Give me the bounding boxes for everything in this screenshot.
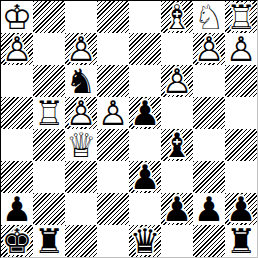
white-pawn-icon: ♙	[193, 33, 225, 65]
square-a5[interactable]	[1, 97, 33, 129]
square-b7[interactable]	[33, 33, 65, 65]
square-c6[interactable]: ♞	[65, 65, 97, 97]
square-h6[interactable]	[225, 65, 257, 97]
square-b3[interactable]	[33, 161, 65, 193]
square-h8[interactable]: ♜♖	[225, 1, 257, 33]
square-e4[interactable]	[129, 129, 161, 161]
white-pawn-icon: ♙	[65, 97, 97, 129]
square-d4[interactable]	[97, 129, 129, 161]
square-a7[interactable]: ♟♙	[1, 33, 33, 65]
square-c1[interactable]	[65, 225, 97, 257]
square-a2[interactable]: ♟	[1, 193, 33, 225]
square-f4[interactable]: ♝	[161, 129, 193, 161]
white-knight-backfill: ♞	[193, 1, 225, 33]
square-f7[interactable]	[161, 33, 193, 65]
square-d2[interactable]	[97, 193, 129, 225]
square-f8[interactable]: ♝♗	[161, 1, 193, 33]
white-queen-icon: ♕	[65, 129, 97, 161]
black-pawn-icon: ♟	[193, 193, 225, 225]
black-pawn-icon: ♟	[129, 161, 161, 193]
square-b1[interactable]: ♜	[33, 225, 65, 257]
square-h4[interactable]	[225, 129, 257, 161]
square-g8[interactable]: ♞♘	[193, 1, 225, 33]
black-pawn-icon: ♟	[1, 193, 33, 225]
black-rook-icon: ♜	[225, 225, 257, 257]
square-d5[interactable]: ♟♙	[97, 97, 129, 129]
square-a3[interactable]	[1, 161, 33, 193]
white-queen-backfill: ♛	[65, 129, 97, 161]
white-pawn-icon: ♙	[1, 33, 33, 65]
square-g1[interactable]	[193, 225, 225, 257]
square-g4[interactable]	[193, 129, 225, 161]
white-rook-icon: ♖	[225, 1, 257, 33]
square-e8[interactable]	[129, 1, 161, 33]
square-f1[interactable]	[161, 225, 193, 257]
square-g7[interactable]: ♟♙	[193, 33, 225, 65]
square-h5[interactable]	[225, 97, 257, 129]
square-c7[interactable]: ♟♙	[65, 33, 97, 65]
chess-board-frame: ♚♔♝♗♞♘♜♖♟♙♟♙♟♙♟♙♞♟♙♜♖♟♙♟♙♟♛♕♝♟♟♟♟♟♚♜♛♜	[0, 0, 258, 258]
black-knight-icon: ♞	[65, 65, 97, 97]
square-g3[interactable]	[193, 161, 225, 193]
white-king-backfill: ♚	[1, 1, 33, 33]
square-c8[interactable]	[65, 1, 97, 33]
square-d1[interactable]	[97, 225, 129, 257]
square-c5[interactable]: ♟♙	[65, 97, 97, 129]
square-e7[interactable]	[129, 33, 161, 65]
white-bishop-icon: ♗	[161, 1, 193, 33]
white-pawn-icon: ♙	[65, 33, 97, 65]
square-d6[interactable]	[97, 65, 129, 97]
black-rook-icon: ♜	[33, 225, 65, 257]
square-b6[interactable]	[33, 65, 65, 97]
square-a4[interactable]	[1, 129, 33, 161]
square-h2[interactable]: ♟	[225, 193, 257, 225]
square-c3[interactable]	[65, 161, 97, 193]
square-b4[interactable]	[33, 129, 65, 161]
square-e5[interactable]: ♟	[129, 97, 161, 129]
square-b2[interactable]	[33, 193, 65, 225]
white-pawn-backfill: ♟	[97, 97, 129, 129]
square-f3[interactable]	[161, 161, 193, 193]
square-e6[interactable]	[129, 65, 161, 97]
square-f2[interactable]: ♟	[161, 193, 193, 225]
white-rook-backfill: ♜	[33, 97, 65, 129]
square-b8[interactable]	[33, 1, 65, 33]
black-pawn-icon: ♟	[161, 193, 193, 225]
square-c2[interactable]	[65, 193, 97, 225]
square-g6[interactable]	[193, 65, 225, 97]
white-rook-backfill: ♜	[225, 1, 257, 33]
square-f5[interactable]	[161, 97, 193, 129]
black-pawn-icon: ♟	[225, 193, 257, 225]
square-b5[interactable]: ♜♖	[33, 97, 65, 129]
chess-board: ♚♔♝♗♞♘♜♖♟♙♟♙♟♙♟♙♞♟♙♜♖♟♙♟♙♟♛♕♝♟♟♟♟♟♚♜♛♜	[1, 1, 257, 257]
square-g5[interactable]	[193, 97, 225, 129]
white-pawn-icon: ♙	[225, 33, 257, 65]
white-knight-icon: ♘	[193, 1, 225, 33]
square-a6[interactable]	[1, 65, 33, 97]
white-bishop-backfill: ♝	[161, 1, 193, 33]
square-h3[interactable]	[225, 161, 257, 193]
black-queen-icon: ♛	[129, 225, 161, 257]
square-f6[interactable]: ♟♙	[161, 65, 193, 97]
white-king-icon: ♔	[1, 1, 33, 33]
square-c4[interactable]: ♛♕	[65, 129, 97, 161]
square-d3[interactable]	[97, 161, 129, 193]
white-pawn-backfill: ♟	[65, 33, 97, 65]
square-d8[interactable]	[97, 1, 129, 33]
black-bishop-icon: ♝	[161, 129, 193, 161]
white-pawn-backfill: ♟	[225, 33, 257, 65]
square-d7[interactable]	[97, 33, 129, 65]
white-pawn-backfill: ♟	[193, 33, 225, 65]
square-g2[interactable]: ♟	[193, 193, 225, 225]
white-pawn-backfill: ♟	[161, 65, 193, 97]
white-pawn-backfill: ♟	[1, 33, 33, 65]
square-h7[interactable]: ♟♙	[225, 33, 257, 65]
square-e2[interactable]	[129, 193, 161, 225]
white-rook-icon: ♖	[33, 97, 65, 129]
square-a8[interactable]: ♚♔	[1, 1, 33, 33]
white-pawn-backfill: ♟	[65, 97, 97, 129]
square-a1[interactable]: ♚	[1, 225, 33, 257]
black-pawn-icon: ♟	[129, 97, 161, 129]
square-h1[interactable]: ♜	[225, 225, 257, 257]
square-e3[interactable]: ♟	[129, 161, 161, 193]
square-e1[interactable]: ♛	[129, 225, 161, 257]
black-king-icon: ♚	[1, 225, 33, 257]
white-pawn-icon: ♙	[97, 97, 129, 129]
white-pawn-icon: ♙	[161, 65, 193, 97]
